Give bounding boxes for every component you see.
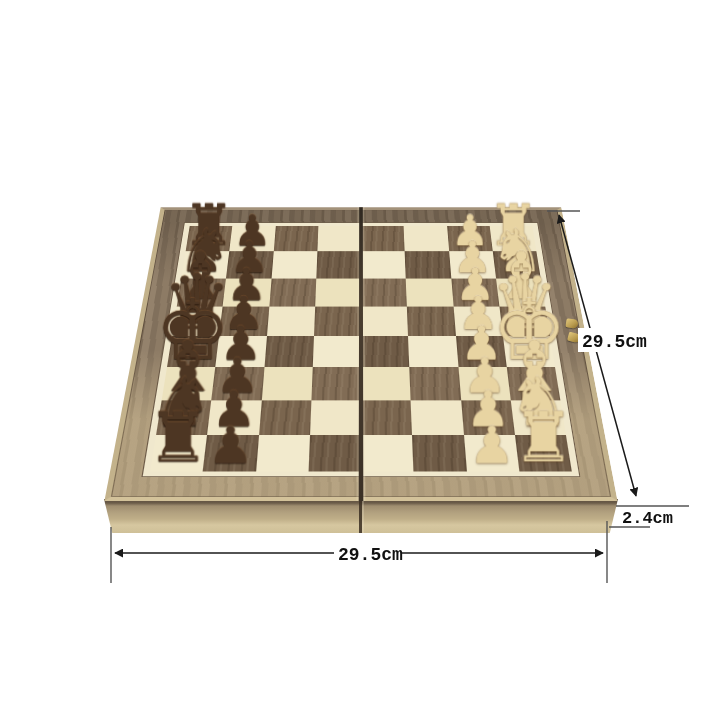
product-photo: ♜♞♝♛♚♝♞♜♟♟♟♟♟♟♟♟♟♟♟♟♟♟♟♟♜♞♝♛♚♝♞♜ 29.5cm … (0, 0, 720, 720)
width-dimension-label: 29.5cm (338, 545, 403, 565)
thickness-dimension-label: 2.4cm (622, 509, 673, 528)
height-dimension-line (559, 215, 636, 496)
dimension-annotations: 29.5cm 2.4cm 29.5cm (0, 0, 720, 720)
height-dimension-label: 29.5cm (582, 332, 647, 352)
